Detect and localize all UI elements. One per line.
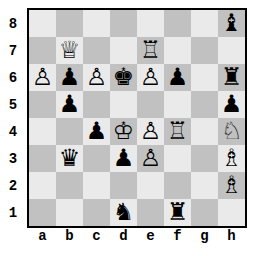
- black-pawn-piece[interactable]: ♟: [113, 145, 135, 172]
- square-a4[interactable]: [29, 118, 56, 145]
- square-f5[interactable]: [164, 91, 191, 118]
- rank-label-4: 4: [4, 118, 22, 145]
- square-b2[interactable]: [56, 172, 83, 199]
- rank-label-1: 1: [4, 199, 22, 226]
- file-label-a: a: [29, 227, 56, 245]
- file-label-c: c: [83, 227, 110, 245]
- white-pawn-piece[interactable]: ♙: [140, 145, 162, 172]
- square-g2[interactable]: [191, 172, 218, 199]
- square-h5[interactable]: ♟: [218, 91, 245, 118]
- square-e2[interactable]: [137, 172, 164, 199]
- square-d3[interactable]: ♟: [110, 145, 137, 172]
- white-knight-piece[interactable]: ♘: [221, 118, 243, 145]
- square-c1[interactable]: [83, 199, 110, 226]
- square-a8[interactable]: [29, 10, 56, 37]
- square-b8[interactable]: [56, 10, 83, 37]
- square-f8[interactable]: [164, 10, 191, 37]
- rank-label-2: 2: [4, 172, 22, 199]
- square-f7[interactable]: [164, 37, 191, 64]
- square-g8[interactable]: [191, 10, 218, 37]
- file-label-e: e: [137, 227, 164, 245]
- black-pawn-piece[interactable]: ♟: [59, 64, 81, 91]
- square-h6[interactable]: ♜: [218, 64, 245, 91]
- square-e5[interactable]: [137, 91, 164, 118]
- black-queen-piece[interactable]: ♛: [59, 145, 81, 172]
- file-labels: abcdefgh: [29, 227, 245, 245]
- rank-labels: 87654321: [4, 10, 22, 226]
- square-g4[interactable]: [191, 118, 218, 145]
- square-b1[interactable]: [56, 199, 83, 226]
- white-bishop-piece[interactable]: ♗: [221, 172, 243, 199]
- square-f3[interactable]: [164, 145, 191, 172]
- white-rook-piece[interactable]: ♖: [140, 37, 162, 64]
- square-g3[interactable]: [191, 145, 218, 172]
- square-d1[interactable]: ♞: [110, 199, 137, 226]
- black-rook-piece[interactable]: ♜: [221, 64, 243, 91]
- black-pawn-piece[interactable]: ♟: [221, 91, 243, 118]
- square-h1[interactable]: [218, 199, 245, 226]
- square-h4[interactable]: ♘: [218, 118, 245, 145]
- file-label-d: d: [110, 227, 137, 245]
- black-pawn-piece[interactable]: ♟: [167, 64, 189, 91]
- square-h8[interactable]: ♝: [218, 10, 245, 37]
- square-c2[interactable]: [83, 172, 110, 199]
- chess-diagram: 87654321 ♝♕♖♙♟♙♚♙♟♜♟♟♟♔♙♖♘♛♟♙♗♗♞♜ abcdef…: [0, 0, 256, 256]
- square-a3[interactable]: [29, 145, 56, 172]
- square-a6[interactable]: ♙: [29, 64, 56, 91]
- square-h7[interactable]: [218, 37, 245, 64]
- square-a7[interactable]: [29, 37, 56, 64]
- square-d2[interactable]: [110, 172, 137, 199]
- black-king-piece[interactable]: ♚: [113, 64, 135, 91]
- white-king-piece[interactable]: ♔: [113, 118, 135, 145]
- square-a2[interactable]: [29, 172, 56, 199]
- black-bishop-piece[interactable]: ♝: [221, 10, 243, 37]
- rank-label-3: 3: [4, 145, 22, 172]
- square-e6[interactable]: ♙: [137, 64, 164, 91]
- file-label-g: g: [191, 227, 218, 245]
- square-e3[interactable]: ♙: [137, 145, 164, 172]
- file-label-b: b: [56, 227, 83, 245]
- white-rook-piece[interactable]: ♖: [167, 118, 189, 145]
- square-f6[interactable]: ♟: [164, 64, 191, 91]
- square-d5[interactable]: [110, 91, 137, 118]
- square-f1[interactable]: ♜: [164, 199, 191, 226]
- square-f2[interactable]: [164, 172, 191, 199]
- white-bishop-piece[interactable]: ♗: [221, 145, 243, 172]
- file-label-f: f: [164, 227, 191, 245]
- square-e8[interactable]: [137, 10, 164, 37]
- square-g5[interactable]: [191, 91, 218, 118]
- square-g6[interactable]: [191, 64, 218, 91]
- square-d7[interactable]: [110, 37, 137, 64]
- square-a1[interactable]: [29, 199, 56, 226]
- square-b7[interactable]: ♕: [56, 37, 83, 64]
- rank-label-7: 7: [4, 37, 22, 64]
- square-c6[interactable]: ♙: [83, 64, 110, 91]
- square-c7[interactable]: [83, 37, 110, 64]
- square-c4[interactable]: ♟: [83, 118, 110, 145]
- square-d8[interactable]: [110, 10, 137, 37]
- rank-label-6: 6: [4, 64, 22, 91]
- chess-board: ♝♕♖♙♟♙♚♙♟♜♟♟♟♔♙♖♘♛♟♙♗♗♞♜: [27, 8, 247, 228]
- white-pawn-piece[interactable]: ♙: [32, 64, 54, 91]
- square-c3[interactable]: [83, 145, 110, 172]
- white-pawn-piece[interactable]: ♙: [140, 64, 162, 91]
- square-g1[interactable]: [191, 199, 218, 226]
- white-queen-piece[interactable]: ♕: [59, 37, 81, 64]
- square-b5[interactable]: ♟: [56, 91, 83, 118]
- black-rook-piece[interactable]: ♜: [167, 199, 189, 226]
- square-e4[interactable]: ♙: [137, 118, 164, 145]
- black-knight-piece[interactable]: ♞: [113, 199, 135, 226]
- square-d4[interactable]: ♔: [110, 118, 137, 145]
- square-f4[interactable]: ♖: [164, 118, 191, 145]
- square-h3[interactable]: ♗: [218, 145, 245, 172]
- square-b6[interactable]: ♟: [56, 64, 83, 91]
- square-b3[interactable]: ♛: [56, 145, 83, 172]
- square-c5[interactable]: [83, 91, 110, 118]
- square-g7[interactable]: [191, 37, 218, 64]
- rank-label-8: 8: [4, 10, 22, 37]
- square-d6[interactable]: ♚: [110, 64, 137, 91]
- black-pawn-piece[interactable]: ♟: [86, 118, 108, 145]
- file-label-h: h: [218, 227, 245, 245]
- square-a5[interactable]: [29, 91, 56, 118]
- square-h2[interactable]: ♗: [218, 172, 245, 199]
- square-e7[interactable]: ♖: [137, 37, 164, 64]
- black-pawn-piece[interactable]: ♟: [59, 91, 81, 118]
- square-b4[interactable]: [56, 118, 83, 145]
- rank-label-5: 5: [4, 91, 22, 118]
- square-c8[interactable]: [83, 10, 110, 37]
- white-pawn-piece[interactable]: ♙: [86, 64, 108, 91]
- white-pawn-piece[interactable]: ♙: [140, 118, 162, 145]
- square-e1[interactable]: [137, 199, 164, 226]
